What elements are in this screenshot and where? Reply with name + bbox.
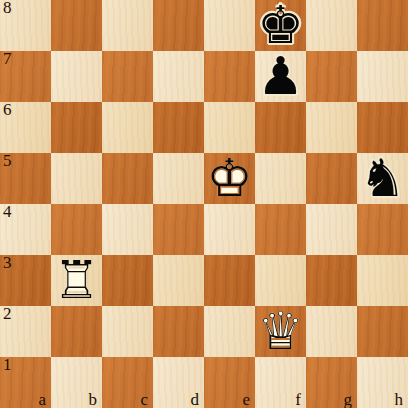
square-g3[interactable]	[306, 255, 357, 306]
square-a3[interactable]: 3	[0, 255, 51, 306]
rank-label-5: 5	[3, 152, 12, 170]
square-h2[interactable]	[357, 306, 408, 357]
square-e2[interactable]	[204, 306, 255, 357]
rank-label-3: 3	[3, 254, 12, 272]
square-g5[interactable]	[306, 153, 357, 204]
square-d8[interactable]	[153, 0, 204, 51]
square-a4[interactable]: 4	[0, 204, 51, 255]
square-d2[interactable]	[153, 306, 204, 357]
file-label-c: c	[140, 391, 148, 408]
square-c2[interactable]	[102, 306, 153, 357]
square-d3[interactable]	[153, 255, 204, 306]
file-label-g: g	[344, 391, 353, 408]
square-e5[interactable]: ♚♔	[204, 153, 255, 204]
square-g7[interactable]	[306, 51, 357, 102]
black-pawn[interactable]: ♟♟	[255, 51, 306, 102]
square-b3[interactable]: ♜♖	[51, 255, 102, 306]
square-e6[interactable]	[204, 102, 255, 153]
square-d4[interactable]	[153, 204, 204, 255]
square-c4[interactable]	[102, 204, 153, 255]
square-h8[interactable]	[357, 0, 408, 51]
square-e8[interactable]	[204, 0, 255, 51]
square-e4[interactable]	[204, 204, 255, 255]
square-f5[interactable]	[255, 153, 306, 204]
white-queen[interactable]: ♛♕	[255, 306, 306, 357]
square-f3[interactable]	[255, 255, 306, 306]
square-f1[interactable]: f	[255, 357, 306, 408]
piece-line-layer: ♕	[255, 306, 306, 357]
square-a5[interactable]: 5	[0, 153, 51, 204]
square-h5[interactable]: ♞♞	[357, 153, 408, 204]
square-c6[interactable]	[102, 102, 153, 153]
square-f7[interactable]: ♟♟	[255, 51, 306, 102]
square-g8[interactable]	[306, 0, 357, 51]
file-label-a: a	[38, 391, 46, 408]
square-c1[interactable]: c	[102, 357, 153, 408]
square-b8[interactable]	[51, 0, 102, 51]
square-d1[interactable]: d	[153, 357, 204, 408]
rank-label-8: 8	[3, 0, 12, 17]
square-c5[interactable]	[102, 153, 153, 204]
square-a1[interactable]: 1a	[0, 357, 51, 408]
rank-label-2: 2	[3, 305, 12, 323]
square-a7[interactable]: 7	[0, 51, 51, 102]
square-c7[interactable]	[102, 51, 153, 102]
square-f6[interactable]	[255, 102, 306, 153]
square-d7[interactable]	[153, 51, 204, 102]
square-d6[interactable]	[153, 102, 204, 153]
rank-label-1: 1	[3, 356, 12, 374]
file-label-b: b	[89, 391, 98, 408]
square-b7[interactable]	[51, 51, 102, 102]
piece-line-layer: ♞	[357, 153, 408, 204]
file-label-e: e	[242, 391, 250, 408]
square-e7[interactable]	[204, 51, 255, 102]
white-rook[interactable]: ♜♖	[51, 255, 102, 306]
black-knight[interactable]: ♞♞	[357, 153, 408, 204]
square-b5[interactable]	[51, 153, 102, 204]
square-b6[interactable]	[51, 102, 102, 153]
file-label-d: d	[191, 391, 200, 408]
square-h4[interactable]	[357, 204, 408, 255]
square-g4[interactable]	[306, 204, 357, 255]
square-a8[interactable]: 8	[0, 0, 51, 51]
square-a6[interactable]: 6	[0, 102, 51, 153]
square-b2[interactable]	[51, 306, 102, 357]
square-b1[interactable]: b	[51, 357, 102, 408]
square-g6[interactable]	[306, 102, 357, 153]
square-f4[interactable]	[255, 204, 306, 255]
square-h1[interactable]: h	[357, 357, 408, 408]
square-g1[interactable]: g	[306, 357, 357, 408]
square-h7[interactable]	[357, 51, 408, 102]
square-b4[interactable]	[51, 204, 102, 255]
square-f2[interactable]: ♛♕	[255, 306, 306, 357]
square-c8[interactable]	[102, 0, 153, 51]
piece-line-layer: ♟	[255, 51, 306, 102]
piece-line-layer: ♖	[51, 255, 102, 306]
rank-label-6: 6	[3, 101, 12, 119]
file-label-f: f	[295, 391, 301, 408]
square-g2[interactable]	[306, 306, 357, 357]
file-label-h: h	[395, 391, 404, 408]
piece-line-layer: ♔	[204, 153, 255, 204]
white-king[interactable]: ♚♔	[204, 153, 255, 204]
rank-label-7: 7	[3, 50, 12, 68]
chess-board: 8♚♚7♟♟65♚♔♞♞43♜♖2♛♕1abcdefgh	[0, 0, 408, 408]
square-a2[interactable]: 2	[0, 306, 51, 357]
rank-label-4: 4	[3, 203, 12, 221]
square-e1[interactable]: e	[204, 357, 255, 408]
square-e3[interactable]	[204, 255, 255, 306]
square-h3[interactable]	[357, 255, 408, 306]
square-d5[interactable]	[153, 153, 204, 204]
square-c3[interactable]	[102, 255, 153, 306]
